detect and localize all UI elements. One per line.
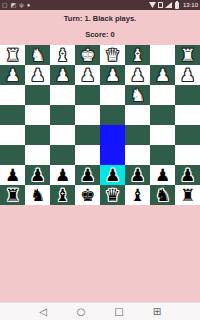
clock: 13:10 [183, 2, 198, 8]
square-c5[interactable] [125, 125, 150, 145]
white-pawn: ♟ [5, 65, 20, 85]
square-f7[interactable]: ♟ [50, 165, 75, 185]
square-a8[interactable]: ♜ [175, 185, 200, 205]
home-button[interactable]: ○ [76, 303, 87, 320]
white-pawn: ♟ [180, 65, 195, 85]
square-a7[interactable]: ♟ [175, 165, 200, 185]
photos-icon: ◩ [11, 0, 17, 10]
square-b7[interactable]: ♟ [150, 165, 175, 185]
black-knight: ♞ [30, 185, 45, 205]
chess-board: ♜♞♝♚♛♝♜♟♟♟♟♟♟♟♟♞♟♟♟♟♟♟♟♟♜♞♝♚♛♝♞♜ [0, 45, 200, 205]
square-b1[interactable] [150, 45, 175, 65]
square-c2[interactable]: ♟ [125, 65, 150, 85]
square-d4[interactable] [100, 105, 125, 125]
square-h4[interactable] [0, 105, 25, 125]
android-nav-bar: ◁ ○ □ ⊞ [0, 302, 200, 320]
square-c6[interactable] [125, 145, 150, 165]
white-rook: ♜ [5, 45, 20, 65]
black-pawn: ♟ [130, 165, 145, 185]
square-d1[interactable]: ♛ [100, 45, 125, 65]
square-b5[interactable] [150, 125, 175, 145]
square-g8[interactable]: ♞ [25, 185, 50, 205]
square-b2[interactable]: ♟ [150, 65, 175, 85]
square-a6[interactable] [175, 145, 200, 165]
recents-button[interactable]: □ [114, 303, 125, 320]
black-knight: ♞ [155, 185, 170, 205]
black-pawn: ♟ [5, 165, 20, 185]
square-g6[interactable] [25, 145, 50, 165]
white-pawn: ♟ [105, 65, 120, 85]
square-h5[interactable] [0, 125, 25, 145]
square-g1[interactable]: ♞ [25, 45, 50, 65]
square-f2[interactable]: ♟ [50, 65, 75, 85]
square-a1[interactable]: ♜ [175, 45, 200, 65]
white-knight: ♞ [130, 85, 145, 105]
background [0, 205, 200, 302]
square-d8[interactable]: ♛ [100, 185, 125, 205]
square-g7[interactable]: ♟ [25, 165, 50, 185]
square-a2[interactable]: ♟ [175, 65, 200, 85]
square-b6[interactable] [150, 145, 175, 165]
square-c1[interactable]: ♝ [125, 45, 150, 65]
usb-icon: ψ [19, 0, 23, 10]
square-c3[interactable]: ♞ [125, 85, 150, 105]
square-b8[interactable]: ♞ [150, 185, 175, 205]
cell-signal-icon [165, 2, 172, 8]
status-right-icons: 13:10 [149, 2, 198, 9]
square-e5[interactable] [75, 125, 100, 145]
square-c4[interactable] [125, 105, 150, 125]
square-f1[interactable]: ♝ [50, 45, 75, 65]
square-g3[interactable] [25, 85, 50, 105]
grid-button[interactable]: ⊞ [152, 303, 163, 320]
black-rook: ♜ [180, 185, 195, 205]
status-left-icons: ▢ ◩ ψ ● [2, 0, 30, 10]
square-h7[interactable]: ♟ [0, 165, 25, 185]
storage-icon [158, 2, 163, 8]
square-e4[interactable] [75, 105, 100, 125]
white-pawn: ♟ [80, 65, 95, 85]
square-h6[interactable] [0, 145, 25, 165]
square-e7[interactable]: ♟ [75, 165, 100, 185]
square-a4[interactable] [175, 105, 200, 125]
black-bishop: ♝ [55, 185, 70, 205]
black-queen: ♛ [105, 185, 120, 205]
square-f3[interactable] [50, 85, 75, 105]
wifi-icon [149, 2, 156, 8]
white-rook: ♜ [180, 45, 195, 65]
square-e2[interactable]: ♟ [75, 65, 100, 85]
square-h1[interactable]: ♜ [0, 45, 25, 65]
square-f6[interactable] [50, 145, 75, 165]
square-h3[interactable] [0, 85, 25, 105]
white-knight: ♞ [30, 45, 45, 65]
black-pawn: ♟ [105, 165, 120, 185]
white-queen: ♛ [105, 45, 120, 65]
square-h2[interactable]: ♟ [0, 65, 25, 85]
white-pawn: ♟ [55, 65, 70, 85]
white-pawn: ♟ [30, 65, 45, 85]
square-c8[interactable]: ♝ [125, 185, 150, 205]
white-bishop: ♝ [55, 45, 70, 65]
black-king: ♚ [80, 185, 95, 205]
square-d2[interactable]: ♟ [100, 65, 125, 85]
black-rook: ♜ [5, 185, 20, 205]
black-bishop: ♝ [130, 185, 145, 205]
square-a5[interactable] [175, 125, 200, 145]
square-g2[interactable]: ♟ [25, 65, 50, 85]
black-pawn: ♟ [55, 165, 70, 185]
square-g5[interactable] [25, 125, 50, 145]
square-e1[interactable]: ♚ [75, 45, 100, 65]
black-pawn: ♟ [180, 165, 195, 185]
black-pawn: ♟ [155, 165, 170, 185]
back-button[interactable]: ◁ [38, 303, 49, 320]
square-d3[interactable] [100, 85, 125, 105]
black-pawn: ♟ [80, 165, 95, 185]
status-bar: ▢ ◩ ψ ● 13:10 [0, 0, 200, 10]
white-bishop: ♝ [130, 45, 145, 65]
square-b3[interactable] [150, 85, 175, 105]
square-e6[interactable] [75, 145, 100, 165]
white-pawn: ♟ [155, 65, 170, 85]
black-pawn: ♟ [30, 165, 45, 185]
game-header: Turn: 1. Black plays. Score: 0 [0, 10, 200, 45]
white-king: ♚ [80, 45, 95, 65]
square-d5[interactable] [100, 125, 125, 145]
mic-icon: ● [27, 0, 31, 10]
square-c7[interactable]: ♟ [125, 165, 150, 185]
white-pawn: ♟ [130, 65, 145, 85]
square-g4[interactable] [25, 105, 50, 125]
sim-icon: ▢ [2, 0, 8, 10]
square-b4[interactable] [150, 105, 175, 125]
square-a3[interactable] [175, 85, 200, 105]
square-f4[interactable] [50, 105, 75, 125]
battery-icon [175, 2, 179, 9]
turn-indicator: Turn: 1. Black plays. [0, 10, 200, 23]
square-e3[interactable] [75, 85, 100, 105]
square-f8[interactable]: ♝ [50, 185, 75, 205]
square-e8[interactable]: ♚ [75, 185, 100, 205]
square-h8[interactable]: ♜ [0, 185, 25, 205]
square-d7[interactable]: ♟ [100, 165, 125, 185]
score-indicator: Score: 0 [0, 23, 200, 39]
square-d6[interactable] [100, 145, 125, 165]
square-f5[interactable] [50, 125, 75, 145]
